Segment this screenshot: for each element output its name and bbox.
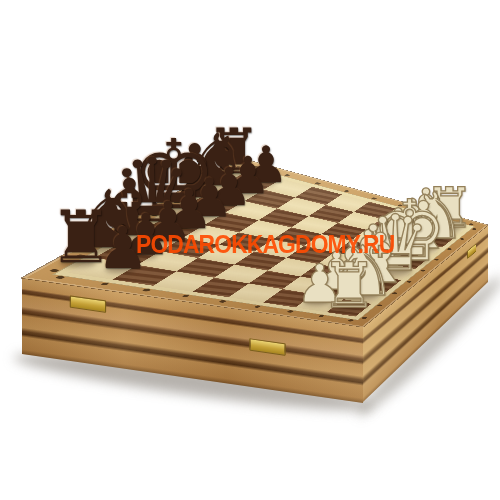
inlay-dot	[472, 228, 477, 230]
inlay-dot	[392, 292, 398, 294]
inlay-dot	[377, 304, 383, 306]
inlay-dot	[406, 281, 411, 283]
inlay-dot	[142, 289, 151, 292]
inlay-dot	[218, 300, 226, 303]
inlay-dot	[253, 305, 260, 308]
inlay-dot	[347, 319, 353, 321]
inlay-dot	[361, 317, 367, 319]
inlay-dot	[447, 248, 452, 250]
product-photo: ♜♞♝♛♚♝♞♜♟♟♟♟♟♟♟♟♟♟♟♟♟♟♟♟♜♞♝♛♚♝♞♜ PODAROK…	[0, 0, 500, 500]
inlay-dot	[318, 315, 325, 317]
brass-hinge-icon	[70, 295, 106, 313]
inlay-dot	[100, 283, 109, 286]
inlay-dot	[55, 276, 65, 279]
inlay-dot	[181, 295, 189, 298]
inlay-dot	[420, 269, 425, 271]
watermark-text: PODAROKKAGDOMY.RU	[136, 229, 394, 260]
inlay-dot	[459, 238, 464, 240]
inlay-dot	[286, 310, 293, 313]
brass-hinge-icon	[467, 243, 476, 259]
brass-hinge-icon	[249, 338, 285, 356]
inlay-dot	[434, 259, 439, 261]
